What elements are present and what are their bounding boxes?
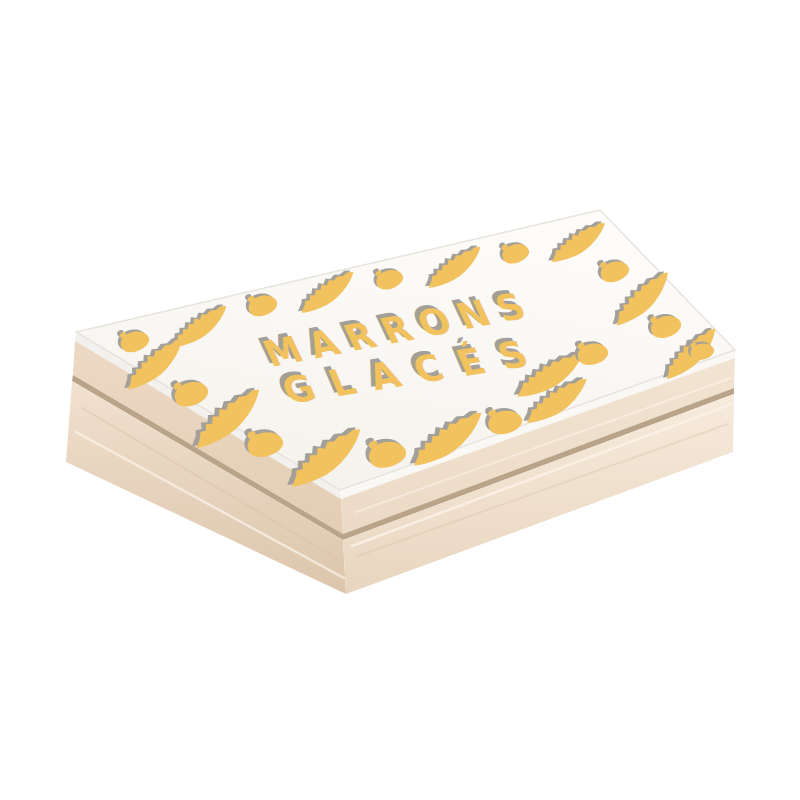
product-photo: MARRONS MARRONS GLACÉS GLACÉS bbox=[0, 0, 800, 800]
box-illustration: MARRONS MARRONS GLACÉS GLACÉS bbox=[0, 0, 800, 800]
